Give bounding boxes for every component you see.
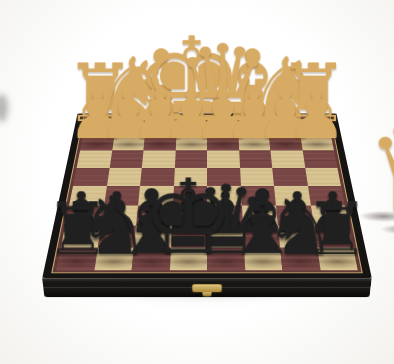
brass-clasp[interactable] [192,284,221,292]
square-a3[interactable] [302,151,337,168]
square-g3[interactable] [109,151,143,168]
square-b8[interactable]: ♞ [280,247,320,270]
chessboard: ♜♞♝♚♛♝♞♜♟♟♟♟♟♟♟♟♟♟♟♟♟♟♟♟♜♞♝♚♛♝♞♜ ♛♛ [42,114,372,279]
board-grid: ♜♞♝♚♛♝♞♜♟♟♟♟♟♟♟♟♟♟♟♟♟♟♟♟♜♞♝♚♛♝♞♜ [56,119,357,271]
square-g8[interactable]: ♞ [94,247,134,270]
black-knight[interactable]: ♞ [78,194,151,259]
black-king[interactable]: ♚ [142,176,234,258]
board-frame: ♜♞♝♚♛♝♞♜♟♟♟♟♟♟♟♟♟♟♟♟♟♟♟♟♜♞♝♚♛♝♞♜ [51,117,363,273]
photo-smudge [0,94,8,122]
black-knight[interactable]: ♞ [264,194,337,259]
scene: ♜♞♝♚♛♝♞♜♟♟♟♟♟♟♟♟♟♟♟♟♟♟♟♟♜♞♝♚♛♝♞♜ ♛♛ [0,0,394,364]
square-b3[interactable] [270,151,304,168]
white-pawn[interactable]: ♟ [286,88,346,142]
square-a2[interactable]: ♟ [300,134,334,150]
square-e8[interactable]: ♚ [169,247,207,270]
square-h3[interactable] [77,151,112,168]
box-front [42,278,372,297]
spare-white-queen[interactable]: ♛ [365,119,394,218]
